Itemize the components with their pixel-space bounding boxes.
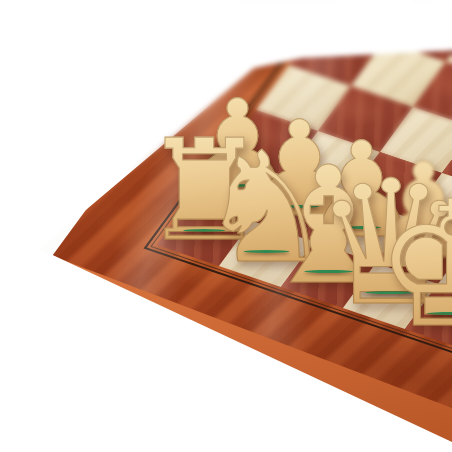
pieces-layer: ♟♟♟♜♟♞♝♛♚ <box>0 0 452 452</box>
piece-white-king-e1: ♚ <box>375 178 452 352</box>
photo-canvas: ♟♟♟♜♟♞♝♛♚ <box>0 0 452 452</box>
